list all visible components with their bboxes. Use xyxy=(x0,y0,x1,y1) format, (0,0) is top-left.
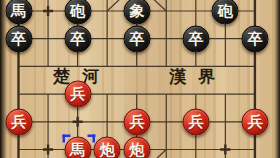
piece-glyph: 兵 xyxy=(11,114,26,129)
black-cannon-piece[interactable]: 砲 xyxy=(64,0,91,25)
piece-glyph: 兵 xyxy=(247,114,262,129)
black-horse-piece[interactable]: 馬 xyxy=(5,0,32,25)
red-cannon-piece[interactable]: 炮 xyxy=(94,136,121,158)
piece-glyph: 炮 xyxy=(129,142,144,157)
piece-glyph: 炮 xyxy=(100,142,115,157)
red-soldier-piece[interactable]: 兵 xyxy=(182,108,209,135)
piece-glyph: 馬 xyxy=(11,4,26,19)
piece-glyph: 卒 xyxy=(11,31,26,46)
black-soldier-piece[interactable]: 卒 xyxy=(241,25,268,52)
piece-glyph: 兵 xyxy=(129,114,144,129)
piece-glyph: 砲 xyxy=(218,4,233,19)
black-soldier-piece[interactable]: 卒 xyxy=(182,25,209,52)
xiangqi-board: 楚河 漢界 馬砲象砲卒卒卒卒卒兵兵兵兵兵馬炮炮 xyxy=(0,0,280,158)
piece-glyph: 象 xyxy=(129,4,144,19)
piece-glyph: 卒 xyxy=(247,31,262,46)
black-soldier-piece[interactable]: 卒 xyxy=(64,25,91,52)
red-horse-piece[interactable]: 馬 xyxy=(64,136,91,158)
selection-brackets xyxy=(62,134,95,158)
piece-glyph: 砲 xyxy=(70,4,85,19)
red-soldier-piece[interactable]: 兵 xyxy=(5,108,32,135)
black-cannon-piece[interactable]: 砲 xyxy=(212,0,239,25)
piece-glyph: 兵 xyxy=(70,87,85,102)
piece-glyph: 兵 xyxy=(188,114,203,129)
black-soldier-piece[interactable]: 卒 xyxy=(123,25,150,52)
piece-glyph: 卒 xyxy=(70,31,85,46)
black-elephant-piece[interactable]: 象 xyxy=(123,0,150,25)
piece-glyph: 卒 xyxy=(129,31,144,46)
red-cannon-piece[interactable]: 炮 xyxy=(123,136,150,158)
red-soldier-piece[interactable]: 兵 xyxy=(123,108,150,135)
black-soldier-piece[interactable]: 卒 xyxy=(5,25,32,52)
piece-glyph: 卒 xyxy=(188,31,203,46)
red-soldier-piece[interactable]: 兵 xyxy=(241,108,268,135)
red-soldier-piece[interactable]: 兵 xyxy=(64,81,91,108)
pieces-layer: 馬砲象砲卒卒卒卒卒兵兵兵兵兵馬炮炮 xyxy=(0,0,280,158)
